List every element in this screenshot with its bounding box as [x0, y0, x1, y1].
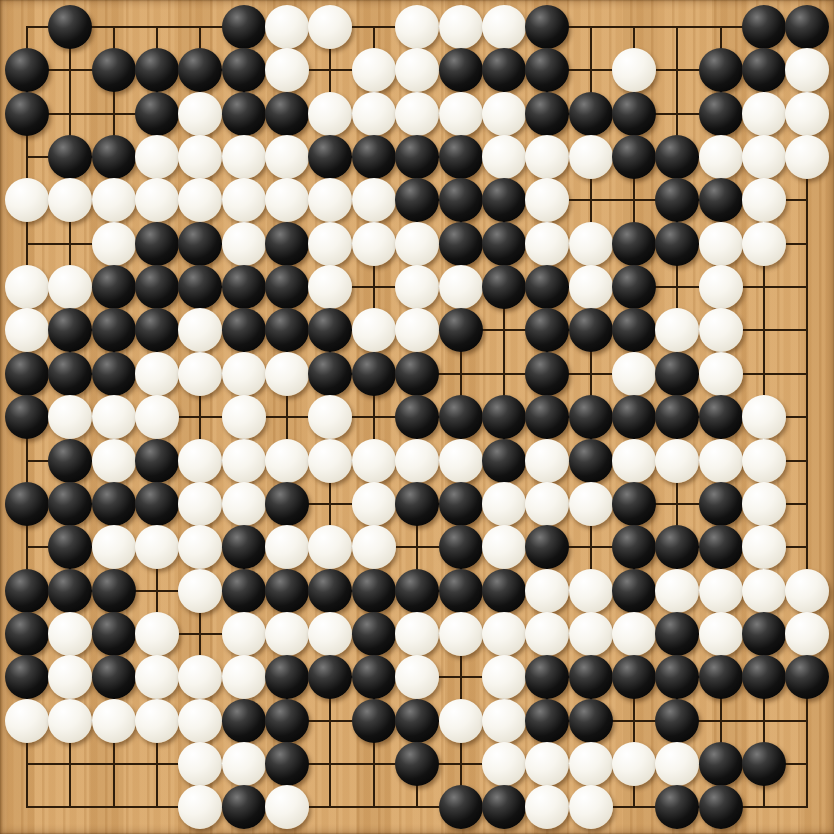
black-stone[interactable]	[265, 222, 309, 266]
black-stone[interactable]	[5, 48, 49, 92]
white-stone[interactable]	[439, 699, 483, 743]
black-stone[interactable]	[655, 352, 699, 396]
black-stone[interactable]	[265, 569, 309, 613]
white-stone[interactable]	[222, 352, 266, 396]
black-stone[interactable]	[352, 569, 396, 613]
black-stone[interactable]	[92, 569, 136, 613]
white-stone[interactable]	[655, 308, 699, 352]
white-stone[interactable]	[482, 699, 526, 743]
white-stone[interactable]	[178, 655, 222, 699]
black-stone[interactable]	[612, 222, 656, 266]
black-stone[interactable]	[92, 135, 136, 179]
white-stone[interactable]	[92, 699, 136, 743]
white-stone[interactable]	[525, 135, 569, 179]
black-stone[interactable]	[439, 482, 483, 526]
white-stone[interactable]	[655, 569, 699, 613]
white-stone[interactable]	[5, 178, 49, 222]
black-stone[interactable]	[439, 785, 483, 829]
white-stone[interactable]	[742, 178, 786, 222]
white-stone[interactable]	[742, 439, 786, 483]
black-stone[interactable]	[612, 135, 656, 179]
white-stone[interactable]	[222, 439, 266, 483]
black-stone[interactable]	[439, 569, 483, 613]
white-stone[interactable]	[699, 135, 743, 179]
black-stone[interactable]	[612, 395, 656, 439]
white-stone[interactable]	[569, 265, 613, 309]
white-stone[interactable]	[222, 482, 266, 526]
black-stone[interactable]	[439, 135, 483, 179]
black-stone[interactable]	[222, 569, 266, 613]
black-stone[interactable]	[482, 395, 526, 439]
white-stone[interactable]	[742, 395, 786, 439]
white-stone[interactable]	[5, 308, 49, 352]
white-stone[interactable]	[612, 48, 656, 92]
black-stone[interactable]	[395, 569, 439, 613]
black-stone[interactable]	[395, 135, 439, 179]
white-stone[interactable]	[742, 92, 786, 136]
white-stone[interactable]	[308, 222, 352, 266]
white-stone[interactable]	[742, 135, 786, 179]
white-stone[interactable]	[178, 482, 222, 526]
black-stone[interactable]	[178, 48, 222, 92]
black-stone[interactable]	[5, 482, 49, 526]
white-stone[interactable]	[48, 265, 92, 309]
white-stone[interactable]	[612, 352, 656, 396]
white-stone[interactable]	[352, 308, 396, 352]
black-stone[interactable]	[178, 265, 222, 309]
white-stone[interactable]	[699, 308, 743, 352]
white-stone[interactable]	[135, 655, 179, 699]
black-stone[interactable]	[612, 482, 656, 526]
white-stone[interactable]	[439, 265, 483, 309]
white-stone[interactable]	[222, 222, 266, 266]
black-stone[interactable]	[699, 525, 743, 569]
black-stone[interactable]	[48, 308, 92, 352]
black-stone[interactable]	[439, 222, 483, 266]
black-stone[interactable]	[742, 5, 786, 49]
white-stone[interactable]	[569, 569, 613, 613]
white-stone[interactable]	[785, 92, 829, 136]
black-stone[interactable]	[525, 308, 569, 352]
white-stone[interactable]	[352, 92, 396, 136]
white-stone[interactable]	[222, 395, 266, 439]
white-stone[interactable]	[395, 308, 439, 352]
black-stone[interactable]	[482, 222, 526, 266]
black-stone[interactable]	[265, 482, 309, 526]
white-stone[interactable]	[482, 135, 526, 179]
white-stone[interactable]	[48, 612, 92, 656]
black-stone[interactable]	[569, 92, 613, 136]
white-stone[interactable]	[352, 525, 396, 569]
white-stone[interactable]	[222, 178, 266, 222]
white-stone[interactable]	[308, 5, 352, 49]
white-stone[interactable]	[178, 135, 222, 179]
black-stone[interactable]	[612, 525, 656, 569]
black-stone[interactable]	[92, 612, 136, 656]
white-stone[interactable]	[395, 5, 439, 49]
black-stone[interactable]	[352, 612, 396, 656]
black-stone[interactable]	[612, 569, 656, 613]
white-stone[interactable]	[525, 178, 569, 222]
black-stone[interactable]	[5, 569, 49, 613]
white-stone[interactable]	[525, 482, 569, 526]
black-stone[interactable]	[92, 48, 136, 92]
black-stone[interactable]	[48, 5, 92, 49]
black-stone[interactable]	[135, 439, 179, 483]
white-stone[interactable]	[785, 48, 829, 92]
white-stone[interactable]	[5, 699, 49, 743]
black-stone[interactable]	[612, 92, 656, 136]
black-stone[interactable]	[525, 265, 569, 309]
white-stone[interactable]	[265, 785, 309, 829]
black-stone[interactable]	[655, 222, 699, 266]
black-stone[interactable]	[569, 699, 613, 743]
black-stone[interactable]	[222, 525, 266, 569]
black-stone[interactable]	[5, 655, 49, 699]
white-stone[interactable]	[569, 612, 613, 656]
white-stone[interactable]	[135, 178, 179, 222]
black-stone[interactable]	[92, 265, 136, 309]
black-stone[interactable]	[135, 92, 179, 136]
white-stone[interactable]	[265, 352, 309, 396]
black-stone[interactable]	[352, 699, 396, 743]
black-stone[interactable]	[92, 308, 136, 352]
black-stone[interactable]	[742, 655, 786, 699]
black-stone[interactable]	[135, 48, 179, 92]
white-stone[interactable]	[265, 5, 309, 49]
black-stone[interactable]	[699, 178, 743, 222]
white-stone[interactable]	[135, 352, 179, 396]
white-stone[interactable]	[222, 655, 266, 699]
black-stone[interactable]	[482, 48, 526, 92]
white-stone[interactable]	[699, 439, 743, 483]
black-stone[interactable]	[5, 92, 49, 136]
black-stone[interactable]	[742, 742, 786, 786]
white-stone[interactable]	[439, 5, 483, 49]
black-stone[interactable]	[439, 178, 483, 222]
black-stone[interactable]	[5, 352, 49, 396]
white-stone[interactable]	[699, 612, 743, 656]
black-stone[interactable]	[439, 395, 483, 439]
black-stone[interactable]	[439, 48, 483, 92]
black-stone[interactable]	[742, 612, 786, 656]
black-stone[interactable]	[525, 92, 569, 136]
white-stone[interactable]	[395, 655, 439, 699]
white-stone[interactable]	[569, 222, 613, 266]
black-stone[interactable]	[48, 439, 92, 483]
white-stone[interactable]	[482, 482, 526, 526]
white-stone[interactable]	[265, 525, 309, 569]
white-stone[interactable]	[612, 742, 656, 786]
black-stone[interactable]	[5, 395, 49, 439]
black-stone[interactable]	[655, 525, 699, 569]
black-stone[interactable]	[92, 482, 136, 526]
black-stone[interactable]	[395, 352, 439, 396]
black-stone[interactable]	[222, 785, 266, 829]
white-stone[interactable]	[135, 612, 179, 656]
white-stone[interactable]	[178, 352, 222, 396]
black-stone[interactable]	[612, 265, 656, 309]
black-stone[interactable]	[222, 308, 266, 352]
white-stone[interactable]	[48, 699, 92, 743]
white-stone[interactable]	[265, 439, 309, 483]
white-stone[interactable]	[655, 439, 699, 483]
black-stone[interactable]	[48, 569, 92, 613]
white-stone[interactable]	[699, 222, 743, 266]
white-stone[interactable]	[569, 135, 613, 179]
white-stone[interactable]	[482, 92, 526, 136]
white-stone[interactable]	[742, 525, 786, 569]
black-stone[interactable]	[265, 308, 309, 352]
screenshot-stage	[0, 0, 834, 834]
black-stone[interactable]	[699, 742, 743, 786]
black-stone[interactable]	[308, 308, 352, 352]
black-stone[interactable]	[699, 48, 743, 92]
black-stone[interactable]	[612, 308, 656, 352]
white-stone[interactable]	[655, 742, 699, 786]
white-stone[interactable]	[612, 439, 656, 483]
white-stone[interactable]	[308, 178, 352, 222]
white-stone[interactable]	[395, 265, 439, 309]
black-stone[interactable]	[222, 699, 266, 743]
black-stone[interactable]	[569, 308, 613, 352]
black-stone[interactable]	[699, 395, 743, 439]
white-stone[interactable]	[395, 612, 439, 656]
black-stone[interactable]	[525, 699, 569, 743]
white-stone[interactable]	[482, 525, 526, 569]
black-stone[interactable]	[699, 785, 743, 829]
white-stone[interactable]	[482, 655, 526, 699]
black-stone[interactable]	[395, 699, 439, 743]
black-stone[interactable]	[352, 352, 396, 396]
white-stone[interactable]	[569, 742, 613, 786]
white-stone[interactable]	[178, 742, 222, 786]
black-stone[interactable]	[5, 612, 49, 656]
black-stone[interactable]	[135, 222, 179, 266]
black-stone[interactable]	[439, 525, 483, 569]
white-stone[interactable]	[135, 699, 179, 743]
white-stone[interactable]	[525, 612, 569, 656]
black-stone[interactable]	[525, 655, 569, 699]
white-stone[interactable]	[135, 395, 179, 439]
white-stone[interactable]	[308, 525, 352, 569]
white-stone[interactable]	[5, 265, 49, 309]
white-stone[interactable]	[569, 785, 613, 829]
black-stone[interactable]	[699, 655, 743, 699]
white-stone[interactable]	[265, 48, 309, 92]
black-stone[interactable]	[482, 178, 526, 222]
white-stone[interactable]	[308, 265, 352, 309]
black-stone[interactable]	[352, 655, 396, 699]
black-stone[interactable]	[92, 352, 136, 396]
black-stone[interactable]	[569, 395, 613, 439]
white-stone[interactable]	[92, 395, 136, 439]
black-stone[interactable]	[655, 785, 699, 829]
black-stone[interactable]	[395, 482, 439, 526]
white-stone[interactable]	[92, 525, 136, 569]
white-stone[interactable]	[525, 222, 569, 266]
white-stone[interactable]	[135, 525, 179, 569]
white-stone[interactable]	[92, 178, 136, 222]
white-stone[interactable]	[742, 482, 786, 526]
white-stone[interactable]	[135, 135, 179, 179]
black-stone[interactable]	[265, 655, 309, 699]
black-stone[interactable]	[352, 135, 396, 179]
black-stone[interactable]	[612, 655, 656, 699]
white-stone[interactable]	[569, 482, 613, 526]
black-stone[interactable]	[395, 395, 439, 439]
black-stone[interactable]	[48, 482, 92, 526]
black-stone[interactable]	[48, 525, 92, 569]
white-stone[interactable]	[612, 612, 656, 656]
white-stone[interactable]	[395, 48, 439, 92]
white-stone[interactable]	[785, 135, 829, 179]
black-stone[interactable]	[439, 308, 483, 352]
white-stone[interactable]	[439, 612, 483, 656]
white-stone[interactable]	[395, 92, 439, 136]
black-stone[interactable]	[525, 525, 569, 569]
black-stone[interactable]	[222, 265, 266, 309]
white-stone[interactable]	[178, 178, 222, 222]
black-stone[interactable]	[48, 135, 92, 179]
white-stone[interactable]	[265, 178, 309, 222]
white-stone[interactable]	[222, 612, 266, 656]
black-stone[interactable]	[569, 439, 613, 483]
white-stone[interactable]	[178, 92, 222, 136]
white-stone[interactable]	[178, 569, 222, 613]
white-stone[interactable]	[178, 699, 222, 743]
white-stone[interactable]	[265, 612, 309, 656]
black-stone[interactable]	[525, 5, 569, 49]
black-stone[interactable]	[135, 308, 179, 352]
black-stone[interactable]	[308, 655, 352, 699]
black-stone[interactable]	[222, 92, 266, 136]
white-stone[interactable]	[525, 785, 569, 829]
white-stone[interactable]	[785, 612, 829, 656]
black-stone[interactable]	[742, 48, 786, 92]
black-stone[interactable]	[395, 178, 439, 222]
white-stone[interactable]	[308, 612, 352, 656]
black-stone[interactable]	[699, 92, 743, 136]
white-stone[interactable]	[178, 439, 222, 483]
black-stone[interactable]	[655, 655, 699, 699]
black-stone[interactable]	[265, 742, 309, 786]
white-stone[interactable]	[352, 222, 396, 266]
black-stone[interactable]	[308, 352, 352, 396]
black-stone[interactable]	[525, 48, 569, 92]
white-stone[interactable]	[178, 308, 222, 352]
white-stone[interactable]	[178, 785, 222, 829]
white-stone[interactable]	[785, 569, 829, 613]
white-stone[interactable]	[265, 135, 309, 179]
white-stone[interactable]	[308, 395, 352, 439]
white-stone[interactable]	[699, 265, 743, 309]
black-stone[interactable]	[48, 352, 92, 396]
white-stone[interactable]	[222, 742, 266, 786]
black-stone[interactable]	[655, 612, 699, 656]
black-stone[interactable]	[308, 569, 352, 613]
black-stone[interactable]	[525, 352, 569, 396]
black-stone[interactable]	[222, 48, 266, 92]
white-stone[interactable]	[92, 222, 136, 266]
black-stone[interactable]	[785, 5, 829, 49]
white-stone[interactable]	[308, 92, 352, 136]
black-stone[interactable]	[135, 482, 179, 526]
black-stone[interactable]	[482, 569, 526, 613]
white-stone[interactable]	[48, 178, 92, 222]
white-stone[interactable]	[482, 612, 526, 656]
black-stone[interactable]	[178, 222, 222, 266]
black-stone[interactable]	[655, 699, 699, 743]
black-stone[interactable]	[785, 655, 829, 699]
white-stone[interactable]	[48, 655, 92, 699]
white-stone[interactable]	[482, 5, 526, 49]
black-stone[interactable]	[482, 785, 526, 829]
white-stone[interactable]	[395, 439, 439, 483]
black-stone[interactable]	[308, 135, 352, 179]
black-stone[interactable]	[92, 655, 136, 699]
white-stone[interactable]	[742, 222, 786, 266]
white-stone[interactable]	[525, 569, 569, 613]
white-stone[interactable]	[352, 482, 396, 526]
white-stone[interactable]	[439, 439, 483, 483]
white-stone[interactable]	[308, 439, 352, 483]
black-stone[interactable]	[655, 135, 699, 179]
black-stone[interactable]	[482, 439, 526, 483]
black-stone[interactable]	[699, 482, 743, 526]
black-stone[interactable]	[265, 699, 309, 743]
black-stone[interactable]	[482, 265, 526, 309]
black-stone[interactable]	[222, 5, 266, 49]
white-stone[interactable]	[699, 352, 743, 396]
black-stone[interactable]	[135, 265, 179, 309]
white-stone[interactable]	[395, 222, 439, 266]
go-board[interactable]	[0, 0, 834, 834]
white-stone[interactable]	[352, 178, 396, 222]
white-stone[interactable]	[352, 439, 396, 483]
black-stone[interactable]	[655, 395, 699, 439]
black-stone[interactable]	[265, 265, 309, 309]
black-stone[interactable]	[395, 742, 439, 786]
white-stone[interactable]	[742, 569, 786, 613]
white-stone[interactable]	[525, 742, 569, 786]
white-stone[interactable]	[525, 439, 569, 483]
white-stone[interactable]	[48, 395, 92, 439]
white-stone[interactable]	[178, 525, 222, 569]
white-stone[interactable]	[92, 439, 136, 483]
black-stone[interactable]	[525, 395, 569, 439]
white-stone[interactable]	[482, 742, 526, 786]
white-stone[interactable]	[439, 92, 483, 136]
white-stone[interactable]	[699, 569, 743, 613]
white-stone[interactable]	[352, 48, 396, 92]
black-stone[interactable]	[569, 655, 613, 699]
white-stone[interactable]	[222, 135, 266, 179]
black-stone[interactable]	[655, 178, 699, 222]
black-stone[interactable]	[265, 92, 309, 136]
